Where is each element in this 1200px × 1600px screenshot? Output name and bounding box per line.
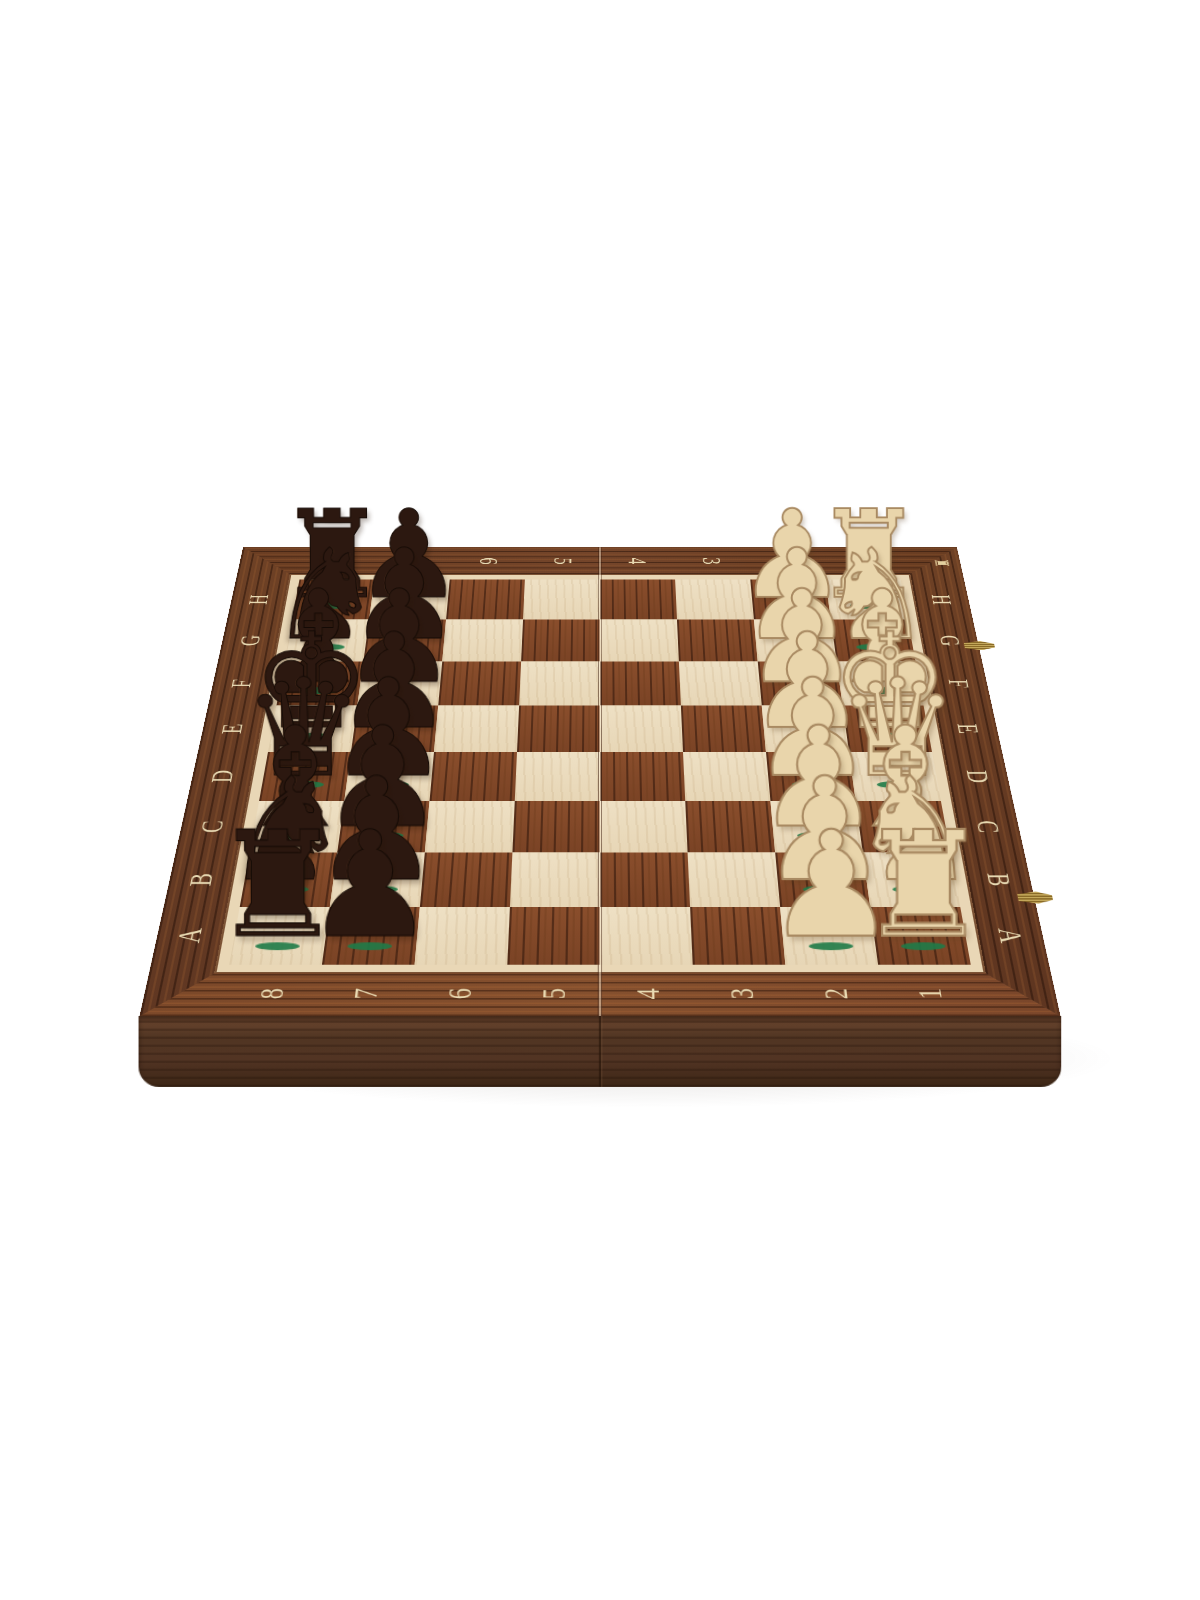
coord-cell: 5 [505,976,600,1011]
square-b4 [600,852,690,907]
square-g5 [521,620,600,662]
square-f4 [600,662,681,706]
coord-cell: 3 [693,976,789,1011]
coord-cell: 5 [525,550,600,572]
square-h5 [523,580,600,620]
square-c4 [600,801,688,853]
coord-label: 6 [442,988,477,999]
coord-label: 5 [536,988,570,999]
coord-label: 7 [347,988,382,999]
coord-cell: 7 [316,976,414,1011]
box-side-face [139,1016,1062,1087]
piece-glyph: ♟ [304,816,436,955]
coord-label: 3 [724,988,759,999]
square-a5 [507,907,600,965]
coord-label: 3 [698,558,725,565]
square-a4 [600,907,693,965]
coord-cell: 6 [410,976,506,1011]
fold-seam-side [599,1016,601,1087]
coord-label: 4 [630,988,664,999]
square-h4 [600,580,677,620]
square-e5 [517,706,600,752]
square-a7: ♟ [322,907,420,965]
square-a1: ♜ [870,907,971,965]
coord-cell: 1 [880,976,980,1011]
chess-board: 87654321 87654321 HGFEDCBA HGFEDCBA ♜ ♜♟… [140,547,1061,1016]
coord-label: 5 [549,558,576,565]
square-c5 [512,801,600,853]
square-d5 [515,752,600,801]
coord-cell: 4 [600,550,675,572]
fold-seam [599,547,601,1016]
square-b5 [510,852,600,907]
coord-label: 6 [475,558,502,565]
coord-label: 8 [253,988,289,999]
coord-label: A [171,928,207,943]
piece-glyph: ♜ [857,816,989,955]
square-f5 [519,662,600,706]
coord-label: 2 [817,988,852,999]
piece-bP-a7: ♟ [304,816,436,955]
piece-wR-a1: ♜ [857,816,989,955]
square-e4 [600,706,683,752]
square-d4 [600,752,685,801]
coord-label: 1 [911,988,947,999]
coord-label: A [993,928,1029,943]
chess-photo-scene: 87654321 87654321 HGFEDCBA HGFEDCBA ♜ ♜♟… [0,0,1200,1600]
square-g4 [600,620,679,662]
coord-label: 4 [624,558,651,565]
coord-cell: 4 [600,976,695,1011]
coord-cell: 2 [786,976,884,1011]
coord-cell: 8 [221,976,321,1011]
